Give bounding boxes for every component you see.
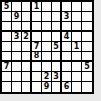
cell-r9c9[interactable] [82,82,92,92]
cell-r9c1[interactable] [2,82,12,92]
cell-r1c4[interactable]: 1 [32,2,42,12]
cell-r6c6[interactable] [52,52,62,62]
cell-r3c2[interactable] [12,22,22,32]
cell-r5c2[interactable] [12,42,22,52]
cell-r8c6[interactable]: 3 [52,72,62,82]
given-digit: 2 [44,73,50,81]
cell-r8c4[interactable] [32,72,42,82]
cell-r7c8[interactable] [72,62,82,72]
cell-r2c6[interactable] [52,12,62,22]
cell-r8c2[interactable] [12,72,22,82]
cell-r6c3[interactable] [22,52,32,62]
cell-r6c7[interactable] [62,52,72,62]
cell-r4c5[interactable] [42,32,52,42]
given-digit: 9 [44,83,50,91]
cell-r4c2[interactable]: 3 [12,32,22,42]
cell-r3c6[interactable] [52,22,62,32]
cell-r6c4[interactable]: 8 [32,52,42,62]
cell-r4c7[interactable]: 4 [62,32,72,42]
cell-r2c3[interactable] [22,12,32,22]
cell-r4c9[interactable] [82,32,92,42]
cell-r1c2[interactable] [12,2,22,12]
cell-r5c3[interactable] [22,42,32,52]
cell-r1c1[interactable]: 5 [2,2,12,12]
cell-r5c9[interactable] [82,42,92,52]
given-digit: 7 [4,63,10,71]
cell-r7c7[interactable] [62,62,72,72]
given-digit: 3 [64,13,70,21]
given-digit: 5 [84,63,90,71]
cell-r1c9[interactable] [82,2,92,12]
cell-r3c4[interactable] [32,22,42,32]
cell-r3c9[interactable] [82,22,92,32]
cell-r7c3[interactable] [22,62,32,72]
cell-r5c6[interactable]: 5 [52,42,62,52]
cell-r8c3[interactable] [22,72,32,82]
cell-r2c5[interactable] [42,12,52,22]
cell-r3c5[interactable] [42,22,52,32]
cell-r7c2[interactable] [12,62,22,72]
cell-r4c1[interactable] [2,32,12,42]
cell-r1c7[interactable] [62,2,72,12]
cell-r2c8[interactable] [72,12,82,22]
cell-r1c5[interactable] [42,2,52,12]
cell-r9c3[interactable] [22,82,32,92]
cell-r5c5[interactable] [42,42,52,52]
cell-r4c6[interactable] [52,32,62,42]
given-digit: 1 [74,43,80,51]
cell-r7c4[interactable] [32,62,42,72]
cell-r2c9[interactable] [82,12,92,22]
cell-r2c7[interactable]: 3 [62,12,72,22]
cell-r1c6[interactable] [52,2,62,12]
given-digit: 5 [53,43,59,51]
given-digit: 5 [4,3,10,11]
cell-r8c7[interactable] [62,72,72,82]
cell-r5c7[interactable] [62,42,72,52]
cell-r5c1[interactable] [2,42,12,52]
cell-r7c1[interactable]: 7 [2,62,12,72]
given-digit: 1 [34,3,40,11]
cell-r3c8[interactable] [72,22,82,32]
cell-r9c5[interactable]: 9 [42,82,52,92]
given-digit: 9 [14,13,20,21]
given-digit: 6 [64,83,70,91]
cell-r3c1[interactable] [2,22,12,32]
cell-r8c9[interactable] [82,72,92,82]
given-digit: 7 [34,43,40,51]
given-digit: 3 [14,33,20,41]
cell-r6c8[interactable] [72,52,82,62]
cell-r9c6[interactable] [52,82,62,92]
cell-r6c1[interactable] [2,52,12,62]
cell-r9c4[interactable] [32,82,42,92]
cell-r4c3[interactable]: 2 [22,32,32,42]
cell-r9c2[interactable] [12,82,22,92]
given-digit: 4 [64,33,70,41]
cell-r8c1[interactable] [2,72,12,82]
cell-r1c8[interactable] [72,2,82,12]
cell-r6c5[interactable] [42,52,52,62]
cell-r9c7[interactable]: 6 [62,82,72,92]
cell-r7c6[interactable] [52,62,62,72]
cell-r2c2[interactable]: 9 [12,12,22,22]
cell-r9c8[interactable] [72,82,82,92]
cell-r2c1[interactable] [2,12,12,22]
cell-r6c2[interactable] [12,52,22,62]
sudoku-board: 51933247518752396 [0,0,94,94]
cell-r4c4[interactable] [32,32,42,42]
cell-r3c3[interactable] [22,22,32,32]
cell-r8c5[interactable]: 2 [42,72,52,82]
given-digit: 8 [34,52,40,60]
cell-r5c8[interactable]: 1 [72,42,82,52]
cell-r1c3[interactable] [22,2,32,12]
given-digit: 2 [23,33,29,41]
cell-r8c8[interactable] [72,72,82,82]
cell-r7c5[interactable] [42,62,52,72]
given-digit: 3 [53,73,59,81]
cell-r2c4[interactable] [32,12,42,22]
cell-r3c7[interactable] [62,22,72,32]
cell-r6c9[interactable] [82,52,92,62]
cell-r7c9[interactable]: 5 [82,62,92,72]
cell-r4c8[interactable] [72,32,82,42]
